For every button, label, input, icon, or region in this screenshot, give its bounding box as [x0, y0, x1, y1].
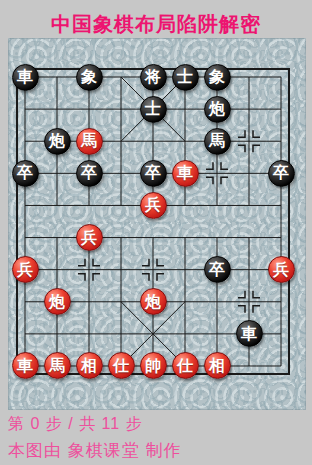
piece-red-soldier[interactable]: 兵	[140, 192, 167, 219]
credit-text: 本图由 象棋课堂 制作	[8, 439, 181, 462]
piece-red-cannon[interactable]: 炮	[44, 288, 71, 315]
piece-black-chariot[interactable]: 車	[236, 320, 263, 347]
piece-red-cannon[interactable]: 炮	[140, 288, 167, 315]
piece-red-advisor[interactable]: 仕	[172, 352, 199, 379]
piece-red-king[interactable]: 帥	[140, 352, 167, 379]
piece-red-advisor[interactable]: 仕	[108, 352, 135, 379]
piece-red-soldier[interactable]: 兵	[76, 224, 103, 251]
piece-black-horse[interactable]: 馬	[204, 128, 231, 155]
piece-red-horse[interactable]: 馬	[44, 352, 71, 379]
piece-black-cannon[interactable]: 炮	[204, 96, 231, 123]
piece-black-elephant[interactable]: 象	[204, 64, 231, 91]
piece-black-advisor[interactable]: 士	[140, 96, 167, 123]
page-title: 中国象棋布局陷阱解密	[0, 11, 312, 38]
piece-black-soldier[interactable]: 卒	[76, 160, 103, 187]
piece-black-soldier[interactable]: 卒	[204, 256, 231, 283]
piece-black-cannon[interactable]: 炮	[44, 128, 71, 155]
piece-red-elephant[interactable]: 相	[76, 352, 103, 379]
piece-red-elephant[interactable]: 相	[204, 352, 231, 379]
piece-black-chariot[interactable]: 車	[12, 64, 39, 91]
piece-red-soldier[interactable]: 兵	[268, 256, 295, 283]
piece-black-soldier[interactable]: 卒	[12, 160, 39, 187]
piece-red-chariot[interactable]: 車	[12, 352, 39, 379]
piece-black-soldier[interactable]: 卒	[140, 160, 167, 187]
piece-red-chariot[interactable]: 車	[172, 160, 199, 187]
piece-black-advisor[interactable]: 士	[172, 64, 199, 91]
piece-red-horse[interactable]: 馬	[76, 128, 103, 155]
piece-red-soldier[interactable]: 兵	[12, 256, 39, 283]
step-counter: 第 0 步 / 共 11 步	[8, 414, 143, 435]
piece-black-soldier[interactable]: 卒	[268, 160, 295, 187]
piece-black-elephant[interactable]: 象	[76, 64, 103, 91]
xiangqi-board: 車象将士象士炮炮馬馬卒卒卒車卒兵兵兵卒兵炮炮車車馬相仕帥仕相	[8, 38, 306, 410]
piece-black-king[interactable]: 将	[140, 64, 167, 91]
xiangqi-app: 中国象棋布局陷阱解密 車象将士象士炮炮馬馬卒卒卒車卒兵兵兵卒兵炮炮車車馬相仕帥仕…	[0, 0, 312, 465]
